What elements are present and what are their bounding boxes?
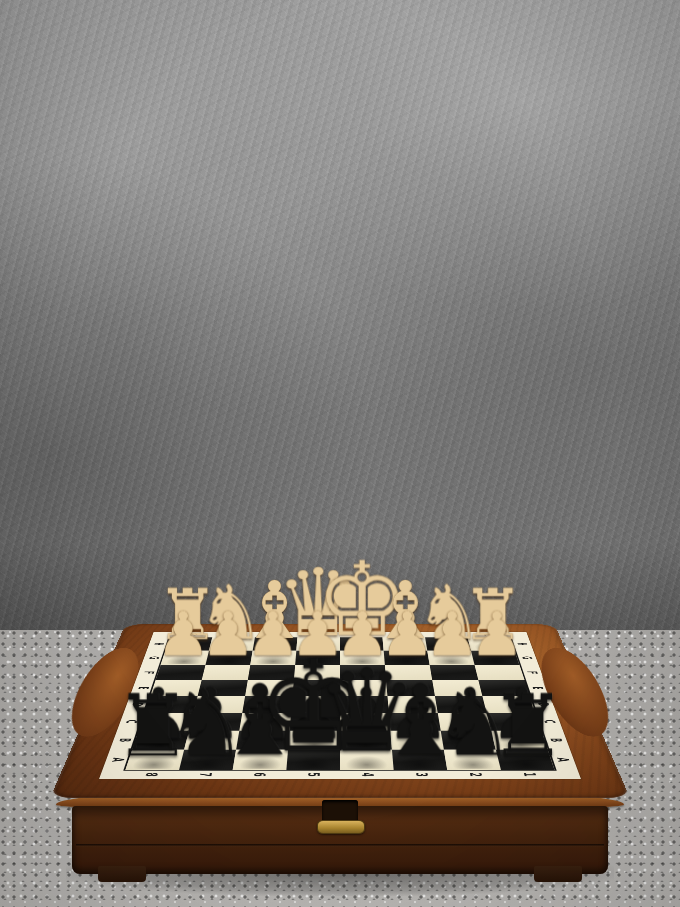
file-label: F (508, 670, 555, 675)
rank-label: 5 (302, 764, 323, 785)
file-label: C (105, 718, 157, 724)
file-label: H (136, 642, 181, 647)
rank-label: 5 (311, 628, 327, 641)
rank-label: 4 (353, 628, 369, 641)
file-label: B (529, 737, 583, 744)
ranks-near: 87654321 (122, 771, 557, 779)
rank-label: 6 (247, 764, 270, 785)
wall-background (0, 0, 680, 632)
file-label: A (535, 756, 590, 763)
file-label: G (504, 655, 550, 660)
rank-label: 7 (192, 764, 217, 785)
box-foot-right (534, 866, 582, 882)
rank-label: 7 (225, 628, 244, 641)
drawer-seam (76, 844, 604, 847)
wood-frame: HGFEDCBA HGFEDCBA 87654321 87654321 ♜♞♝♛… (50, 624, 630, 798)
file-label: D (518, 701, 568, 707)
file-label: C (523, 718, 575, 724)
file-label: G (130, 655, 176, 660)
rank-label: 3 (410, 764, 433, 785)
file-label: E (513, 685, 562, 691)
file-label: F (125, 670, 172, 675)
photo-scene: HGFEDCBA HGFEDCBA 87654321 87654321 ♜♞♝♛… (0, 0, 680, 907)
squares: ♜♞♝♛♚♝♞♜♟♟♟♟♟♟♟♟♟♟♟♟♟♟♟♟♜♞♝♚♛♝♞♜ (125, 637, 554, 770)
file-label: E (118, 685, 167, 691)
rank-label: 6 (268, 628, 285, 641)
file-label: A (90, 756, 145, 763)
file-label: B (98, 737, 152, 744)
file-label: H (499, 642, 544, 647)
board-face: HGFEDCBA HGFEDCBA 87654321 87654321 ♜♞♝♛… (99, 632, 581, 779)
chess-board-3d: HGFEDCBA HGFEDCBA 87654321 87654321 ♜♞♝♛… (50, 624, 630, 798)
brass-latch-icon (317, 820, 365, 834)
box-foot-left (98, 866, 146, 882)
file-label: D (112, 701, 162, 707)
rank-label: 2 (437, 628, 456, 641)
rank-label: 4 (357, 764, 378, 785)
rank-label: 3 (395, 628, 412, 641)
